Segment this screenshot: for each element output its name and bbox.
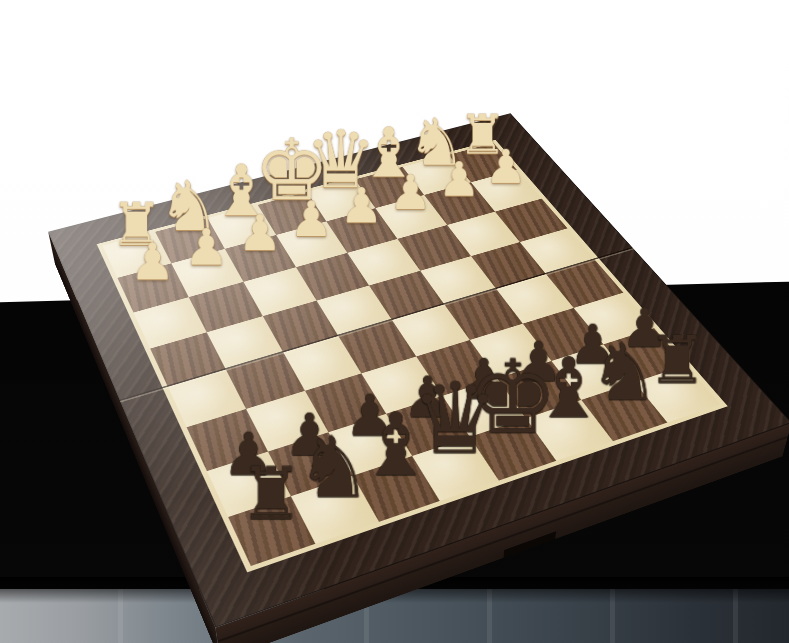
black-rook: ♜ <box>239 458 304 530</box>
black-knight: ♞ <box>296 424 372 509</box>
chess-set-photo-scene: ♜♞♝♚♛♝♞♜♟♟♟♟♟♟♟♟♟♟♟♟♟♟♟♟♜♞♝♛♚♝♞♜ <box>0 0 789 643</box>
